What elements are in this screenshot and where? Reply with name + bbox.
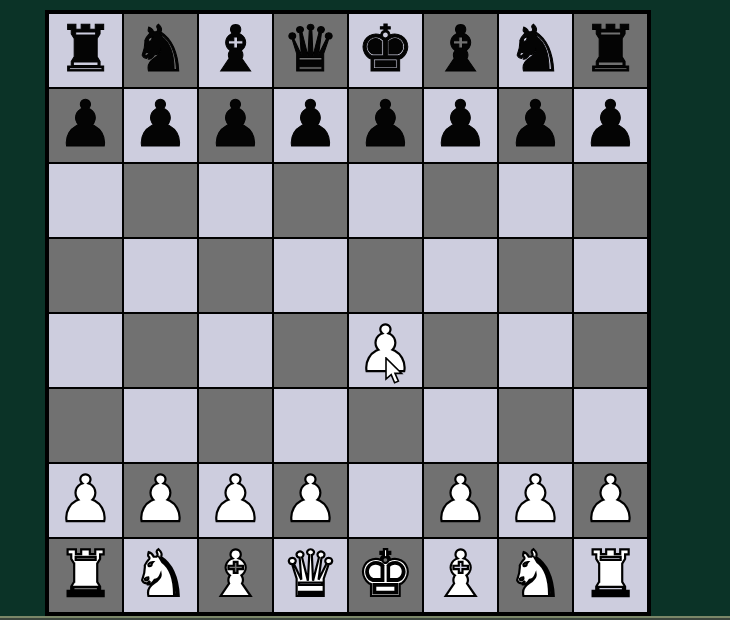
- square-h5[interactable]: [573, 238, 648, 313]
- square-a5[interactable]: [48, 238, 123, 313]
- white-knight: ♞: [132, 538, 189, 610]
- black-pawn: ♟: [57, 88, 114, 160]
- white-pawn: ♟: [132, 463, 189, 535]
- square-c7[interactable]: ♟: [198, 88, 273, 163]
- square-a1[interactable]: ♜: [48, 538, 123, 613]
- square-g8[interactable]: ♞: [498, 13, 573, 88]
- chess-board-frame: ♜♞♝♛♚♝♞♜♟♟♟♟♟♟♟♟♟♟♟♟♟♟♟♟♜♞♝♛♚♝♞♜: [45, 10, 651, 616]
- white-bishop: ♝: [207, 538, 264, 610]
- square-h8[interactable]: ♜: [573, 13, 648, 88]
- square-h2[interactable]: ♟: [573, 463, 648, 538]
- square-h4[interactable]: [573, 313, 648, 388]
- black-rook: ♜: [582, 13, 639, 85]
- square-e7[interactable]: ♟: [348, 88, 423, 163]
- square-a8[interactable]: ♜: [48, 13, 123, 88]
- square-f2[interactable]: ♟: [423, 463, 498, 538]
- black-pawn: ♟: [432, 88, 489, 160]
- square-a7[interactable]: ♟: [48, 88, 123, 163]
- white-pawn: ♟: [432, 463, 489, 535]
- square-g6[interactable]: [498, 163, 573, 238]
- square-d6[interactable]: [273, 163, 348, 238]
- square-f8[interactable]: ♝: [423, 13, 498, 88]
- white-bishop: ♝: [432, 538, 489, 610]
- square-f4[interactable]: [423, 313, 498, 388]
- square-c4[interactable]: [198, 313, 273, 388]
- black-rook: ♜: [57, 13, 114, 85]
- square-e5[interactable]: [348, 238, 423, 313]
- chess-app-window: ♜♞♝♛♚♝♞♜♟♟♟♟♟♟♟♟♟♟♟♟♟♟♟♟♜♞♝♛♚♝♞♜: [0, 0, 730, 620]
- square-h3[interactable]: [573, 388, 648, 463]
- square-a3[interactable]: [48, 388, 123, 463]
- black-queen: ♛: [282, 13, 339, 85]
- square-h1[interactable]: ♜: [573, 538, 648, 613]
- black-pawn: ♟: [357, 88, 414, 160]
- black-pawn: ♟: [282, 88, 339, 160]
- square-f1[interactable]: ♝: [423, 538, 498, 613]
- square-g2[interactable]: ♟: [498, 463, 573, 538]
- white-pawn: ♟: [282, 463, 339, 535]
- square-g1[interactable]: ♞: [498, 538, 573, 613]
- square-d7[interactable]: ♟: [273, 88, 348, 163]
- white-king: ♚: [357, 538, 414, 610]
- white-queen: ♛: [282, 538, 339, 610]
- square-e3[interactable]: [348, 388, 423, 463]
- black-knight: ♞: [507, 13, 564, 85]
- square-f3[interactable]: [423, 388, 498, 463]
- square-e1[interactable]: ♚: [348, 538, 423, 613]
- square-d3[interactable]: [273, 388, 348, 463]
- square-b7[interactable]: ♟: [123, 88, 198, 163]
- square-f7[interactable]: ♟: [423, 88, 498, 163]
- white-knight: ♞: [507, 538, 564, 610]
- square-g3[interactable]: [498, 388, 573, 463]
- black-pawn: ♟: [507, 88, 564, 160]
- square-d8[interactable]: ♛: [273, 13, 348, 88]
- square-b1[interactable]: ♞: [123, 538, 198, 613]
- white-pawn: ♟: [357, 313, 414, 385]
- black-pawn: ♟: [207, 88, 264, 160]
- square-d4[interactable]: [273, 313, 348, 388]
- square-g7[interactable]: ♟: [498, 88, 573, 163]
- white-pawn: ♟: [207, 463, 264, 535]
- square-c6[interactable]: [198, 163, 273, 238]
- square-a4[interactable]: [48, 313, 123, 388]
- square-e6[interactable]: [348, 163, 423, 238]
- square-c2[interactable]: ♟: [198, 463, 273, 538]
- square-a2[interactable]: ♟: [48, 463, 123, 538]
- black-bishop: ♝: [432, 13, 489, 85]
- square-b8[interactable]: ♞: [123, 13, 198, 88]
- square-g4[interactable]: [498, 313, 573, 388]
- square-g5[interactable]: [498, 238, 573, 313]
- white-pawn: ♟: [57, 463, 114, 535]
- square-c3[interactable]: [198, 388, 273, 463]
- square-e2[interactable]: [348, 463, 423, 538]
- black-knight: ♞: [132, 13, 189, 85]
- black-king: ♚: [357, 13, 414, 85]
- square-c1[interactable]: ♝: [198, 538, 273, 613]
- square-h6[interactable]: [573, 163, 648, 238]
- white-rook: ♜: [57, 538, 114, 610]
- square-b6[interactable]: [123, 163, 198, 238]
- square-e8[interactable]: ♚: [348, 13, 423, 88]
- square-f6[interactable]: [423, 163, 498, 238]
- white-pawn: ♟: [582, 463, 639, 535]
- black-bishop: ♝: [207, 13, 264, 85]
- black-pawn: ♟: [582, 88, 639, 160]
- white-pawn: ♟: [507, 463, 564, 535]
- square-e4[interactable]: ♟: [348, 313, 423, 388]
- white-rook: ♜: [582, 538, 639, 610]
- square-b5[interactable]: [123, 238, 198, 313]
- square-d2[interactable]: ♟: [273, 463, 348, 538]
- square-c5[interactable]: [198, 238, 273, 313]
- square-f5[interactable]: [423, 238, 498, 313]
- black-pawn: ♟: [132, 88, 189, 160]
- chess-board: ♜♞♝♛♚♝♞♜♟♟♟♟♟♟♟♟♟♟♟♟♟♟♟♟♜♞♝♛♚♝♞♜: [48, 13, 648, 613]
- square-b4[interactable]: [123, 313, 198, 388]
- square-a6[interactable]: [48, 163, 123, 238]
- square-b2[interactable]: ♟: [123, 463, 198, 538]
- square-d1[interactable]: ♛: [273, 538, 348, 613]
- square-d5[interactable]: [273, 238, 348, 313]
- square-h7[interactable]: ♟: [573, 88, 648, 163]
- square-b3[interactable]: [123, 388, 198, 463]
- square-c8[interactable]: ♝: [198, 13, 273, 88]
